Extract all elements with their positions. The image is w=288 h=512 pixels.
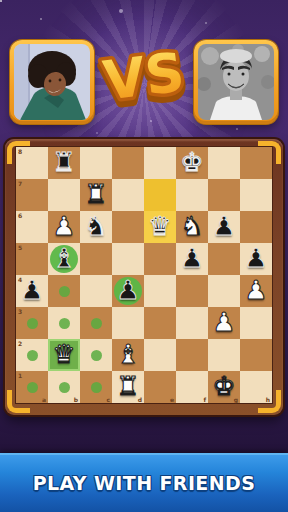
move-hint-dot [27, 318, 38, 329]
file-label: a [42, 396, 46, 403]
square-c5[interactable] [80, 243, 112, 275]
player-avatar-right [194, 40, 278, 124]
square-f2[interactable] [176, 339, 208, 371]
piece-black-rook[interactable]: ♜ [48, 147, 80, 179]
square-h2[interactable] [240, 339, 272, 371]
gold-corner-icon [7, 390, 30, 413]
move-hint-dot [91, 350, 102, 361]
square-d6[interactable] [112, 211, 144, 243]
square-g5[interactable] [208, 243, 240, 275]
square-b6[interactable]: ♟ [48, 211, 80, 243]
square-f3[interactable] [176, 307, 208, 339]
square-c2[interactable] [80, 339, 112, 371]
square-c8[interactable] [80, 147, 112, 179]
square-a6[interactable]: 6 [16, 211, 48, 243]
square-c3[interactable] [80, 307, 112, 339]
rank-label: 3 [18, 308, 22, 315]
file-label: b [74, 396, 78, 403]
square-b1[interactable]: b [48, 371, 80, 403]
gold-corner-icon [7, 141, 30, 164]
square-a3[interactable]: 3 [16, 307, 48, 339]
vs-emblem: VS VS [79, 36, 209, 124]
piece-black-pawn[interactable]: ♟ [112, 275, 144, 307]
versus-screen: VS VS 8♜♚7♜6♟♞♛♞♟5♝♟♟♟4 [0, 0, 288, 512]
piece-black-queen[interactable]: ♛ [144, 211, 176, 243]
square-g6[interactable]: ♟ [208, 211, 240, 243]
move-hint-dot [27, 350, 38, 361]
square-e5[interactable] [144, 243, 176, 275]
square-b4[interactable] [48, 275, 80, 307]
square-e4[interactable] [144, 275, 176, 307]
square-c4[interactable] [80, 275, 112, 307]
chess-board: 8♜♚7♜6♟♞♛♞♟5♝♟♟♟4♟♟3♟2♛♝1abc♜def♚gh [16, 147, 272, 403]
rank-label: 2 [18, 340, 22, 347]
square-b5[interactable]: ♝ [48, 243, 80, 275]
square-c7[interactable]: ♜ [80, 179, 112, 211]
move-hint-dot [59, 318, 70, 329]
square-a7[interactable]: 7 [16, 179, 48, 211]
piece-white-pawn[interactable]: ♟ [240, 275, 272, 307]
square-d4[interactable]: ♟ [112, 275, 144, 307]
sparkle-stars [0, 0, 2, 2]
piece-white-pawn[interactable]: ♟ [48, 211, 80, 243]
square-g3[interactable]: ♟ [208, 307, 240, 339]
square-a4[interactable]: ♟4 [16, 275, 48, 307]
file-label: c [106, 396, 110, 403]
square-e3[interactable] [144, 307, 176, 339]
play-with-friends-label: PLAY WITH FRIENDS [0, 472, 288, 494]
piece-black-pawn[interactable]: ♟ [208, 211, 240, 243]
move-hint-dot [91, 318, 102, 329]
square-f4[interactable] [176, 275, 208, 307]
square-b8[interactable]: ♜ [48, 147, 80, 179]
square-h6[interactable] [240, 211, 272, 243]
piece-white-bishop[interactable]: ♝ [112, 339, 144, 371]
square-g8[interactable] [208, 147, 240, 179]
square-h7[interactable] [240, 179, 272, 211]
rank-label: 5 [18, 244, 22, 251]
square-h4[interactable]: ♟ [240, 275, 272, 307]
vs-text-icon: VS VS [79, 36, 209, 124]
file-label: g [234, 396, 238, 403]
square-d7[interactable] [112, 179, 144, 211]
square-h3[interactable] [240, 307, 272, 339]
move-hint-dot [59, 286, 70, 297]
file-label: f [203, 396, 206, 403]
rank-label: 7 [18, 180, 22, 187]
square-c6[interactable]: ♞ [80, 211, 112, 243]
square-f6[interactable]: ♞ [176, 211, 208, 243]
square-b2[interactable]: ♛ [48, 339, 80, 371]
piece-black-king[interactable]: ♚ [176, 147, 208, 179]
square-f7[interactable] [176, 179, 208, 211]
move-hint-dot [91, 382, 102, 393]
piece-black-pawn[interactable]: ♟ [240, 243, 272, 275]
avatar-photo-right-icon [198, 44, 274, 120]
piece-black-knight[interactable]: ♞ [80, 211, 112, 243]
gold-corner-icon [258, 390, 281, 413]
piece-black-bishop[interactable]: ♝ [48, 243, 80, 275]
square-e7[interactable] [144, 179, 176, 211]
square-c1[interactable]: c [80, 371, 112, 403]
square-d3[interactable] [112, 307, 144, 339]
play-with-friends-button[interactable]: PLAY WITH FRIENDS [0, 453, 288, 512]
gold-corner-icon [258, 141, 281, 164]
piece-white-pawn[interactable]: ♟ [208, 307, 240, 339]
rank-label: 1 [18, 372, 22, 379]
square-e8[interactable] [144, 147, 176, 179]
square-h5[interactable]: ♟ [240, 243, 272, 275]
square-f1[interactable]: f [176, 371, 208, 403]
piece-white-queen[interactable]: ♛ [48, 339, 80, 371]
square-d5[interactable] [112, 243, 144, 275]
square-g4[interactable] [208, 275, 240, 307]
chess-board-frame: 8♜♚7♜6♟♞♛♞♟5♝♟♟♟4♟♟3♟2♛♝1abc♜def♚gh [5, 139, 283, 415]
square-d2[interactable]: ♝ [112, 339, 144, 371]
square-d8[interactable] [112, 147, 144, 179]
square-g1[interactable]: ♚g [208, 371, 240, 403]
square-b7[interactable] [48, 179, 80, 211]
square-f5[interactable]: ♟ [176, 243, 208, 275]
piece-black-pawn[interactable]: ♟ [176, 243, 208, 275]
square-g7[interactable] [208, 179, 240, 211]
square-a2[interactable]: 2 [16, 339, 48, 371]
square-e1[interactable]: e [144, 371, 176, 403]
square-b3[interactable] [48, 307, 80, 339]
vs-text: VS [100, 40, 188, 112]
rank-label: 4 [18, 276, 22, 283]
file-label: d [138, 396, 142, 403]
square-g2[interactable] [208, 339, 240, 371]
square-e6[interactable]: ♛ [144, 211, 176, 243]
square-d1[interactable]: ♜d [112, 371, 144, 403]
move-hint-dot [59, 382, 70, 393]
file-label: e [170, 396, 174, 403]
square-a5[interactable]: 5 [16, 243, 48, 275]
piece-white-knight[interactable]: ♞ [176, 211, 208, 243]
square-e2[interactable] [144, 339, 176, 371]
square-f8[interactable]: ♚ [176, 147, 208, 179]
piece-white-rook[interactable]: ♜ [80, 179, 112, 211]
rank-label: 6 [18, 212, 22, 219]
